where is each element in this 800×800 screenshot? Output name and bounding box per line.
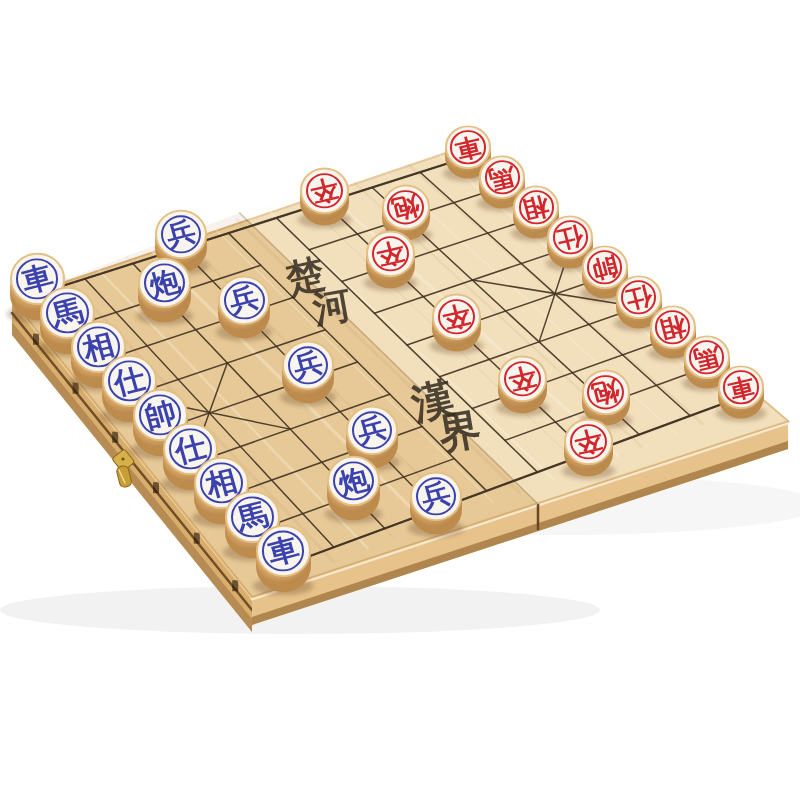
piece-face: 兵 — [410, 471, 462, 520]
piece-face: 卒 — [300, 168, 349, 215]
piece-face: 炮 — [138, 257, 191, 307]
piece-face: 卒 — [564, 418, 613, 465]
piece-face: 車 — [718, 365, 764, 409]
piece-red-soldier[interactable]: 卒 — [564, 418, 613, 476]
piece-red-soldier[interactable]: 卒 — [498, 356, 547, 414]
piece-face: 炮 — [582, 370, 630, 416]
piece-face: 炮 — [327, 456, 380, 506]
piece-face: 卒 — [498, 356, 547, 403]
piece-face: 兵 — [218, 275, 270, 324]
piece-red-soldier[interactable]: 卒 — [432, 293, 481, 351]
piece-face: 兵 — [155, 210, 207, 259]
piece-red-soldier[interactable]: 卒 — [366, 230, 415, 288]
piece-face: 兵 — [346, 406, 398, 455]
piece-blue-soldier[interactable]: 兵 — [410, 471, 462, 534]
pieces-layer: 車馬相仕帥仕相馬車炮炮卒卒卒卒卒兵兵兵兵兵炮炮車馬相仕帥仕相馬車 — [0, 0, 800, 800]
piece-blue-chariot[interactable]: 車 — [256, 524, 311, 591]
xiangqi-set-photo: 楚河漢界 車馬相仕帥仕相馬車炮炮卒卒卒卒卒兵兵兵兵兵炮炮車馬相仕帥仕相馬車 — [0, 0, 800, 800]
piece-face: 兵 — [282, 341, 334, 390]
piece-blue-cannon[interactable]: 炮 — [327, 456, 380, 520]
piece-face: 車 — [256, 524, 311, 576]
piece-blue-cannon[interactable]: 炮 — [138, 257, 191, 321]
piece-face: 卒 — [366, 230, 415, 277]
piece-blue-soldier[interactable]: 兵 — [218, 275, 270, 338]
piece-red-soldier[interactable]: 卒 — [300, 168, 349, 226]
piece-face: 卒 — [432, 293, 481, 340]
piece-red-chariot[interactable]: 車 — [718, 365, 764, 418]
piece-face: 炮 — [382, 184, 430, 230]
piece-blue-soldier[interactable]: 兵 — [282, 341, 334, 404]
